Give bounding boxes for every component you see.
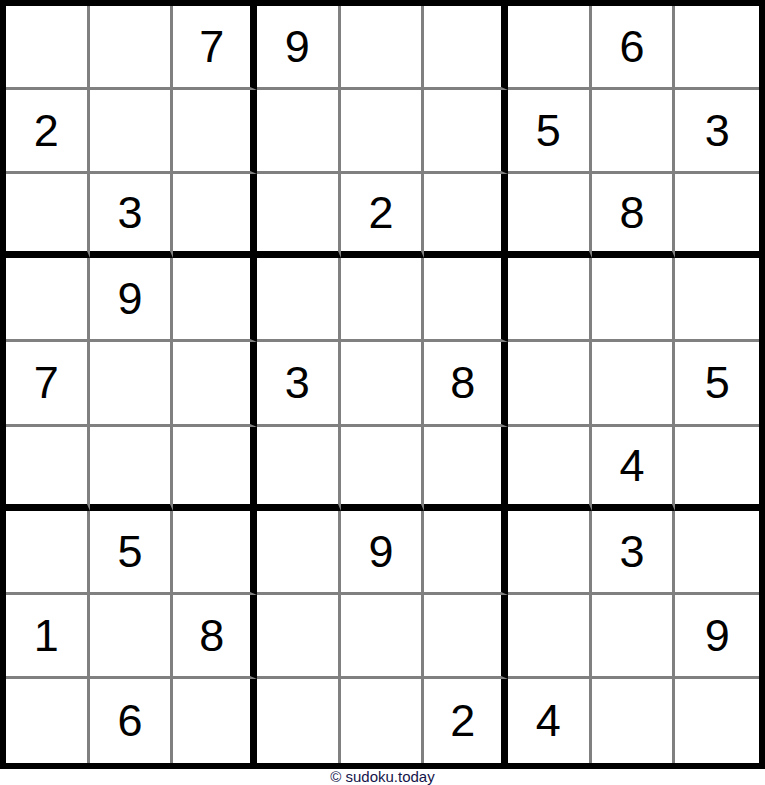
cell-r8c4[interactable]	[257, 595, 341, 679]
cell-r8c3[interactable]: 8	[173, 595, 257, 679]
cell-r2c5[interactable]	[341, 90, 425, 174]
cell-r5c6[interactable]: 8	[424, 342, 508, 426]
cell-r7c6[interactable]	[424, 511, 508, 595]
cell-r1c2[interactable]	[90, 6, 174, 90]
cell-r9c9[interactable]	[675, 679, 759, 763]
cell-r7c5[interactable]: 9	[341, 511, 425, 595]
cell-r8c6[interactable]	[424, 595, 508, 679]
cell-r4c7[interactable]	[508, 258, 592, 342]
cell-r5c4[interactable]: 3	[257, 342, 341, 426]
cell-r9c7[interactable]: 4	[508, 679, 592, 763]
cell-r6c8[interactable]: 4	[592, 427, 676, 511]
cell-r5c3[interactable]	[173, 342, 257, 426]
cell-r1c3[interactable]: 7	[173, 6, 257, 90]
cell-r4c4[interactable]	[257, 258, 341, 342]
cell-r8c5[interactable]	[341, 595, 425, 679]
cell-r2c8[interactable]	[592, 90, 676, 174]
cell-r7c8[interactable]: 3	[592, 511, 676, 595]
cell-r4c9[interactable]	[675, 258, 759, 342]
cell-r6c6[interactable]	[424, 427, 508, 511]
cell-r6c1[interactable]	[6, 427, 90, 511]
cell-r2c6[interactable]	[424, 90, 508, 174]
cell-r3c3[interactable]	[173, 174, 257, 258]
cell-r6c2[interactable]	[90, 427, 174, 511]
cell-r9c2[interactable]: 6	[90, 679, 174, 763]
cell-r6c9[interactable]	[675, 427, 759, 511]
cell-r2c1[interactable]: 2	[6, 90, 90, 174]
cell-r7c9[interactable]	[675, 511, 759, 595]
cell-r1c1[interactable]	[6, 6, 90, 90]
cell-r3c4[interactable]	[257, 174, 341, 258]
cell-r8c8[interactable]	[592, 595, 676, 679]
cell-r1c7[interactable]	[508, 6, 592, 90]
cell-r9c5[interactable]	[341, 679, 425, 763]
cell-r4c2[interactable]: 9	[90, 258, 174, 342]
cell-r3c9[interactable]	[675, 174, 759, 258]
cell-r2c3[interactable]	[173, 90, 257, 174]
cell-r1c9[interactable]	[675, 6, 759, 90]
cell-r9c1[interactable]	[6, 679, 90, 763]
cell-r3c2[interactable]: 3	[90, 174, 174, 258]
cell-r4c1[interactable]	[6, 258, 90, 342]
cell-r7c2[interactable]: 5	[90, 511, 174, 595]
cell-r5c9[interactable]: 5	[675, 342, 759, 426]
cell-r7c4[interactable]	[257, 511, 341, 595]
cell-r2c9[interactable]: 3	[675, 90, 759, 174]
cell-r8c7[interactable]	[508, 595, 592, 679]
cell-r6c3[interactable]	[173, 427, 257, 511]
cell-r6c4[interactable]	[257, 427, 341, 511]
cell-r3c5[interactable]: 2	[341, 174, 425, 258]
cell-r8c9[interactable]: 9	[675, 595, 759, 679]
cell-r1c8[interactable]: 6	[592, 6, 676, 90]
cell-r1c5[interactable]	[341, 6, 425, 90]
sudoku-board: 796253328973854593189624	[0, 0, 765, 769]
cell-r5c7[interactable]	[508, 342, 592, 426]
cell-r5c2[interactable]	[90, 342, 174, 426]
cell-r6c7[interactable]	[508, 427, 592, 511]
cell-r5c5[interactable]	[341, 342, 425, 426]
cell-r8c1[interactable]: 1	[6, 595, 90, 679]
cell-r4c8[interactable]	[592, 258, 676, 342]
cell-r3c8[interactable]: 8	[592, 174, 676, 258]
cell-r9c3[interactable]	[173, 679, 257, 763]
cell-r7c7[interactable]	[508, 511, 592, 595]
cell-r8c2[interactable]	[90, 595, 174, 679]
cell-r2c4[interactable]	[257, 90, 341, 174]
cell-r7c1[interactable]	[6, 511, 90, 595]
cell-r4c6[interactable]	[424, 258, 508, 342]
cell-r1c4[interactable]: 9	[257, 6, 341, 90]
cell-r9c8[interactable]	[592, 679, 676, 763]
cell-r2c7[interactable]: 5	[508, 90, 592, 174]
cell-r9c6[interactable]: 2	[424, 679, 508, 763]
cell-r5c8[interactable]	[592, 342, 676, 426]
cell-r3c6[interactable]	[424, 174, 508, 258]
cell-r4c3[interactable]	[173, 258, 257, 342]
copyright-footer: © sudoku.today	[0, 769, 765, 785]
cell-r4c5[interactable]	[341, 258, 425, 342]
cell-r7c3[interactable]	[173, 511, 257, 595]
cell-r3c7[interactable]	[508, 174, 592, 258]
cell-r9c4[interactable]	[257, 679, 341, 763]
cell-r5c1[interactable]: 7	[6, 342, 90, 426]
cell-r2c2[interactable]	[90, 90, 174, 174]
cell-r6c5[interactable]	[341, 427, 425, 511]
cell-r3c1[interactable]	[6, 174, 90, 258]
cell-r1c6[interactable]	[424, 6, 508, 90]
